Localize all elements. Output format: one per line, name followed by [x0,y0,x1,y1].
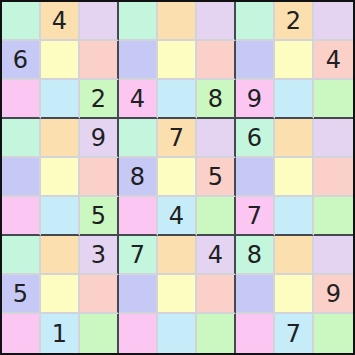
sudoku-board: 426424899768554737485917 [0,0,355,355]
cell-r1-c2[interactable]: 4 [41,2,80,41]
cell-r7-c8[interactable] [275,236,314,275]
cell-r7-c5[interactable] [158,236,197,275]
given-digit: 2 [91,87,106,111]
cell-r5-c7[interactable] [236,158,275,197]
cell-r1-c1[interactable] [2,2,41,41]
given-digit: 5 [208,165,223,189]
cell-r7-c6[interactable]: 4 [197,236,236,275]
cell-r8-c9[interactable]: 9 [314,275,353,314]
cell-r4-c1[interactable] [2,119,41,158]
cell-r7-c2[interactable] [41,236,80,275]
cell-r6-c3[interactable]: 5 [80,197,119,236]
cell-r8-c7[interactable] [236,275,275,314]
cell-r4-c8[interactable] [275,119,314,158]
cell-r5-c8[interactable] [275,158,314,197]
cell-r5-c3[interactable] [80,158,119,197]
cell-r9-c9[interactable] [314,314,353,353]
cell-r6-c5[interactable]: 4 [158,197,197,236]
given-digit: 7 [169,126,184,150]
cell-r1-c6[interactable] [197,2,236,41]
cell-r5-c5[interactable] [158,158,197,197]
cell-r8-c4[interactable] [119,275,158,314]
cell-r4-c4[interactable] [119,119,158,158]
cell-r8-c1[interactable]: 5 [2,275,41,314]
cell-r2-c9[interactable]: 4 [314,41,353,80]
given-digit: 9 [247,87,262,111]
cell-r1-c8[interactable]: 2 [275,2,314,41]
cell-r7-c4[interactable]: 7 [119,236,158,275]
cell-r6-c4[interactable] [119,197,158,236]
given-digit: 4 [169,204,184,228]
cell-r4-c2[interactable] [41,119,80,158]
cell-r5-c6[interactable]: 5 [197,158,236,197]
cell-r6-c6[interactable] [197,197,236,236]
cell-r3-c7[interactable]: 9 [236,80,275,119]
cell-r2-c6[interactable] [197,41,236,80]
cell-r8-c3[interactable] [80,275,119,314]
cell-r2-c7[interactable] [236,41,275,80]
cell-r8-c6[interactable] [197,275,236,314]
cell-r1-c5[interactable] [158,2,197,41]
cell-r3-c3[interactable]: 2 [80,80,119,119]
cell-r2-c4[interactable] [119,41,158,80]
cell-r9-c8[interactable]: 7 [275,314,314,353]
given-digit: 7 [130,243,145,267]
cell-r6-c9[interactable] [314,197,353,236]
given-digit: 4 [130,87,145,111]
given-digit: 5 [91,204,106,228]
cell-r5-c2[interactable] [41,158,80,197]
cell-r6-c2[interactable] [41,197,80,236]
cell-r4-c3[interactable]: 9 [80,119,119,158]
given-digit: 8 [208,87,223,111]
given-digit: 4 [208,243,223,267]
cell-r1-c7[interactable] [236,2,275,41]
cell-r9-c6[interactable] [197,314,236,353]
cell-r4-c6[interactable] [197,119,236,158]
cell-r9-c2[interactable]: 1 [41,314,80,353]
cell-r5-c9[interactable] [314,158,353,197]
cell-r7-c1[interactable] [2,236,41,275]
cell-r8-c2[interactable] [41,275,80,314]
cell-r3-c5[interactable] [158,80,197,119]
given-digit: 4 [52,9,67,33]
cell-r2-c2[interactable] [41,41,80,80]
cell-r2-c1[interactable]: 6 [2,41,41,80]
cell-r9-c4[interactable] [119,314,158,353]
cell-r2-c5[interactable] [158,41,197,80]
cell-r3-c9[interactable] [314,80,353,119]
cell-r1-c4[interactable] [119,2,158,41]
cell-r7-c7[interactable]: 8 [236,236,275,275]
cell-r9-c7[interactable] [236,314,275,353]
cell-r3-c1[interactable] [2,80,41,119]
cell-r3-c8[interactable] [275,80,314,119]
cell-r9-c3[interactable] [80,314,119,353]
cell-r4-c9[interactable] [314,119,353,158]
cell-r1-c9[interactable] [314,2,353,41]
given-digit: 7 [247,204,262,228]
cell-r9-c1[interactable] [2,314,41,353]
given-digit: 3 [91,243,106,267]
cell-r6-c1[interactable] [2,197,41,236]
cell-r1-c3[interactable] [80,2,119,41]
given-digit: 1 [52,322,67,346]
cell-r7-c9[interactable] [314,236,353,275]
cell-r6-c8[interactable] [275,197,314,236]
cell-r3-c6[interactable]: 8 [197,80,236,119]
cell-r2-c8[interactable] [275,41,314,80]
given-digit: 8 [247,243,262,267]
given-digit: 4 [326,48,341,72]
cell-r3-c4[interactable]: 4 [119,80,158,119]
cell-r6-c7[interactable]: 7 [236,197,275,236]
given-digit: 9 [326,282,341,306]
given-digit: 7 [286,322,301,346]
given-digit: 8 [130,165,145,189]
given-digit: 2 [286,9,301,33]
cell-r5-c4[interactable]: 8 [119,158,158,197]
given-digit: 9 [91,126,106,150]
given-digit: 6 [247,126,262,150]
cell-r8-c8[interactable] [275,275,314,314]
given-digit: 6 [13,48,28,72]
cell-r9-c5[interactable] [158,314,197,353]
cell-r5-c1[interactable] [2,158,41,197]
given-digit: 5 [13,282,28,306]
cell-r2-c3[interactable] [80,41,119,80]
cell-r7-c3[interactable]: 3 [80,236,119,275]
cell-r4-c5[interactable]: 7 [158,119,197,158]
cell-r8-c5[interactable] [158,275,197,314]
cell-r4-c7[interactable]: 6 [236,119,275,158]
cell-r3-c2[interactable] [41,80,80,119]
